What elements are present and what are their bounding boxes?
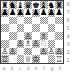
square-c6: [17, 17, 25, 25]
square-h6: [55, 17, 63, 25]
black-bishop: ♝: [40, 1, 48, 9]
black-rook: ♜: [1, 1, 9, 9]
white-knight: ♘: [24, 48, 32, 56]
square-b7: ♟: [9, 9, 17, 17]
white-pawn: ♙: [32, 40, 40, 48]
square-f2: ♙: [40, 48, 48, 56]
rank-label-1: 1: [64, 56, 72, 64]
white-pawn: ♙: [17, 40, 25, 48]
file-label-g: g: [48, 64, 56, 72]
black-pawn: ♟: [48, 9, 56, 17]
black-bishop: ♝: [17, 1, 25, 9]
square-c8: ♝: [17, 1, 25, 9]
black-king: ♚: [32, 1, 40, 9]
black-pawn: ♟: [1, 9, 9, 17]
black-pawn: ♟: [32, 9, 40, 17]
square-e1: ♔: [32, 55, 40, 63]
square-b4: [9, 32, 17, 40]
square-e8: ♚: [32, 1, 40, 9]
square-g8: ♞: [48, 1, 56, 9]
square-d5: [24, 24, 32, 32]
square-c4: [17, 32, 25, 40]
square-e2: [32, 48, 40, 56]
square-a3: [1, 40, 9, 48]
file-label-b: b: [8, 64, 16, 72]
black-pawn: ♟: [40, 9, 48, 17]
white-pawn: ♙: [1, 48, 9, 56]
rank-coordinates: 87654321: [64, 0, 72, 64]
square-a8: ♜: [1, 1, 9, 9]
white-bishop: ♗: [24, 40, 32, 48]
file-label-e: e: [32, 64, 40, 72]
square-b2: ♙: [9, 48, 17, 56]
square-d1: ♕: [24, 55, 32, 63]
white-pawn: ♙: [40, 48, 48, 56]
square-e5: [32, 24, 40, 32]
white-pawn: ♙: [24, 32, 32, 40]
chess-diagram: ♜♞♝♛♚♝♞♜♟♟♟♟♟♟♟♟♙♗♙♗♙♘♙♙♘♙♙♙♖♕♔♖ 8765432…: [0, 0, 72, 72]
file-label-c: c: [16, 64, 24, 72]
file-label-a: a: [0, 64, 8, 72]
black-pawn: ♟: [55, 9, 63, 17]
square-b6: [9, 17, 17, 25]
white-pawn: ♙: [9, 48, 17, 56]
square-h5: [55, 24, 63, 32]
square-h8: ♜: [55, 1, 63, 9]
square-g4: [48, 32, 56, 40]
square-h2: ♙: [55, 48, 63, 56]
square-d4: ♙: [24, 32, 32, 40]
square-e4: [32, 32, 40, 40]
square-d7: ♟: [24, 9, 32, 17]
rank-label-3: 3: [64, 40, 72, 48]
black-pawn: ♟: [9, 9, 17, 17]
black-pawn: ♟: [24, 9, 32, 17]
square-a2: ♙: [1, 48, 9, 56]
square-e3: ♙: [32, 40, 40, 48]
square-g7: ♟: [48, 9, 56, 17]
white-rook: ♖: [1, 55, 9, 63]
file-label-d: d: [24, 64, 32, 72]
black-pawn: ♟: [17, 9, 25, 17]
square-e6: [32, 17, 40, 25]
square-b3: [9, 40, 17, 48]
square-g2: ♙: [48, 48, 56, 56]
black-rook: ♜: [55, 1, 63, 9]
square-b1: [9, 55, 17, 63]
square-d6: [24, 17, 32, 25]
square-c3: ♙: [17, 40, 25, 48]
square-f7: ♟: [40, 9, 48, 17]
square-e7: ♟: [32, 9, 40, 17]
square-c5: [17, 24, 25, 32]
square-d3: ♗: [24, 40, 32, 48]
square-h3: [55, 40, 63, 48]
white-rook: ♖: [55, 55, 63, 63]
square-f3: ♘: [40, 40, 48, 48]
white-king: ♔: [32, 55, 40, 63]
square-b5: [9, 24, 17, 32]
square-c1: [17, 55, 25, 63]
square-h4: [55, 32, 63, 40]
square-a4: [1, 32, 9, 40]
square-h1: ♖: [55, 55, 63, 63]
file-label-f: f: [40, 64, 48, 72]
black-queen: ♛: [24, 1, 32, 9]
square-g5: [48, 24, 56, 32]
square-f6: [40, 17, 48, 25]
file-label-h: h: [56, 64, 64, 72]
square-a5: [1, 24, 9, 32]
square-f5: [40, 24, 48, 32]
square-a1: ♖: [1, 55, 9, 63]
square-c2: [17, 48, 25, 56]
square-d8: ♛: [24, 1, 32, 9]
square-a7: ♟: [1, 9, 9, 17]
square-b8: ♞: [9, 1, 17, 9]
square-f4: ♗: [40, 32, 48, 40]
file-coordinates: abcdefgh: [0, 64, 64, 72]
white-queen: ♕: [24, 55, 32, 63]
rank-label-7: 7: [64, 8, 72, 16]
square-f1: [40, 55, 48, 63]
rank-label-5: 5: [64, 24, 72, 32]
square-g3: [48, 40, 56, 48]
rank-label-8: 8: [64, 0, 72, 8]
square-d2: ♘: [24, 48, 32, 56]
white-pawn: ♙: [48, 48, 56, 56]
square-f8: ♝: [40, 1, 48, 9]
black-knight: ♞: [48, 1, 56, 9]
rank-label-6: 6: [64, 16, 72, 24]
black-knight: ♞: [9, 1, 17, 9]
square-a6: [1, 17, 9, 25]
square-h7: ♟: [55, 9, 63, 17]
square-g1: [48, 55, 56, 63]
square-c7: ♟: [17, 9, 25, 17]
rank-label-2: 2: [64, 48, 72, 56]
square-g6: [48, 17, 56, 25]
white-bishop: ♗: [40, 32, 48, 40]
white-pawn: ♙: [55, 48, 63, 56]
rank-label-4: 4: [64, 32, 72, 40]
white-knight: ♘: [40, 40, 48, 48]
chess-board: ♜♞♝♛♚♝♞♜♟♟♟♟♟♟♟♟♙♗♙♗♙♘♙♙♘♙♙♙♖♕♔♖: [0, 0, 64, 64]
